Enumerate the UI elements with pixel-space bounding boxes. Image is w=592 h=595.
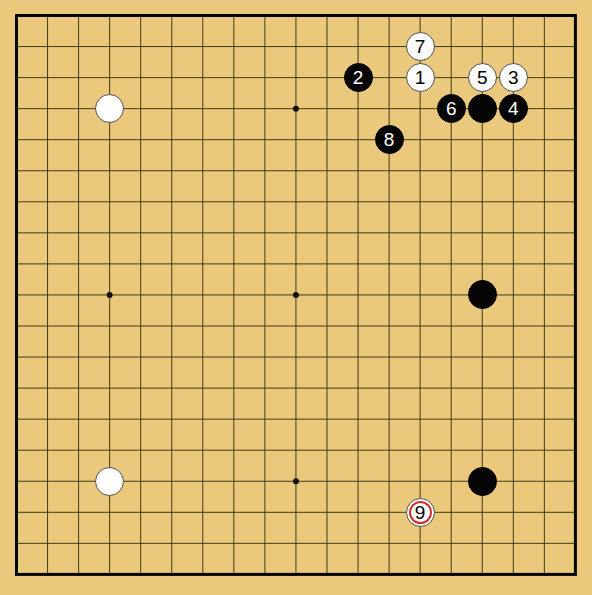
stone-black-move-8: 8 bbox=[374, 124, 405, 155]
stone-black bbox=[467, 93, 498, 124]
stone-white bbox=[94, 93, 125, 124]
stone-black bbox=[467, 279, 498, 310]
stone-white bbox=[94, 466, 125, 497]
stone-white-move-1: 1 bbox=[405, 62, 436, 93]
stone-number: 1 bbox=[415, 68, 426, 87]
stone-white-move-5: 5 bbox=[467, 62, 498, 93]
stone-white-move-9: 9 bbox=[405, 497, 436, 528]
stone-number: 6 bbox=[446, 99, 457, 118]
stone-number: 7 bbox=[415, 37, 426, 56]
stone-number: 4 bbox=[508, 99, 519, 118]
stone-number: 3 bbox=[508, 68, 519, 87]
stone-number: 9 bbox=[415, 503, 426, 522]
stone-number: 2 bbox=[353, 68, 364, 87]
stone-black-move-6: 6 bbox=[436, 93, 467, 124]
go-board[interactable]: 721536489 bbox=[0, 0, 592, 595]
stone-black-move-2: 2 bbox=[343, 62, 374, 93]
stone-black-move-4: 4 bbox=[498, 93, 529, 124]
stone-number: 8 bbox=[384, 130, 395, 149]
stone-white-move-3: 3 bbox=[498, 62, 529, 93]
stone-black bbox=[467, 466, 498, 497]
stone-number: 5 bbox=[477, 68, 488, 87]
stone-white-move-7: 7 bbox=[405, 31, 436, 62]
